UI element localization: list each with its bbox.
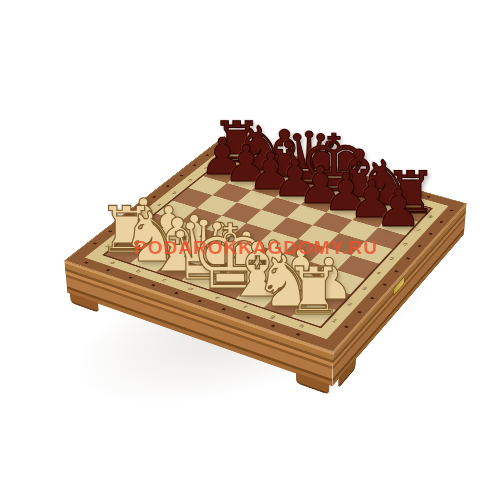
coord-label: 3	[352, 279, 378, 298]
coord-label: a	[97, 255, 129, 269]
square-h1[interactable]	[292, 301, 336, 327]
box-foot	[296, 373, 329, 395]
square-d1[interactable]	[182, 265, 225, 289]
coord-label: g	[256, 308, 291, 324]
square-c1[interactable]	[156, 257, 199, 280]
coord-label: 4	[366, 264, 391, 282]
watermark: PODAROKKAGDOMY.RU	[134, 237, 378, 259]
square-g1[interactable]	[263, 292, 307, 317]
coord-label: 2	[337, 294, 363, 314]
coord-label: 5	[380, 250, 405, 268]
square-f2[interactable]	[252, 268, 295, 292]
coord-label: 1	[94, 237, 122, 254]
square-e1[interactable]	[209, 274, 252, 298]
coord-label: d	[174, 281, 208, 296]
coord-label: 6	[393, 236, 417, 253]
coord-label: h	[284, 318, 319, 334]
box-foot	[338, 358, 356, 388]
product-photo: abcdefgh abcdefgh 87654321 87654321 ♜♞♝♛…	[0, 0, 500, 500]
coord-label: 1	[321, 310, 348, 330]
coord-label: c	[148, 272, 181, 287]
coord-label: b	[122, 264, 155, 279]
coord-label: f	[228, 299, 262, 315]
square-f1[interactable]	[236, 283, 280, 308]
square-e2[interactable]	[225, 259, 268, 283]
board-pose: abcdefgh abcdefgh 87654321 87654321	[125, 84, 419, 378]
square-h2[interactable]	[307, 285, 350, 310]
coord-label: e	[201, 290, 235, 306]
square-g3[interactable]	[295, 261, 337, 285]
square-g2[interactable]	[279, 276, 322, 300]
square-h3[interactable]	[322, 270, 365, 294]
